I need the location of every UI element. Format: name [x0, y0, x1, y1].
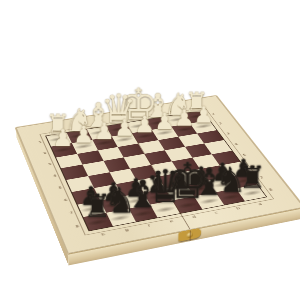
clasp-plate	[178, 228, 201, 242]
brass-clasp-icon	[178, 227, 201, 243]
coordinate-label: g	[124, 227, 129, 231]
coordinate-label: c	[214, 210, 219, 214]
coordinate-label: e	[169, 219, 174, 223]
pieces-layer: ♜♞♝♛♚♝♞♜♟♟♟♟♟♟♟♟♟♟♟♟♟♟♟♟♜♞♝♛♚♝♞♜	[45, 110, 267, 231]
scene: hgfedcba hgfedcba 12345678 12345678 ♜♞♝♛…	[0, 0, 300, 300]
coordinate-label: b	[235, 206, 241, 210]
coordinate-label: 4	[232, 142, 240, 146]
folding-chess-board: hgfedcba hgfedcba 12345678 12345678 ♜♞♝♛…	[15, 95, 300, 255]
coordinate-label: 4	[51, 173, 58, 177]
coordinate-label: 3	[224, 132, 231, 136]
coordinate-label: f	[147, 223, 151, 227]
chess-set-photo: hgfedcba hgfedcba 12345678 12345678 ♜♞♝♛…	[0, 0, 300, 300]
coordinate-label: a	[257, 202, 263, 206]
white-pawn-glyph: ♟	[41, 126, 84, 149]
coordinate-label: d	[191, 215, 196, 219]
coordinate-label: 8	[73, 224, 81, 229]
coordinate-label: 5	[56, 185, 64, 189]
coordinate-label: 3	[46, 162, 53, 166]
coordinate-label: h	[100, 232, 105, 236]
black-rook-glyph: ♜	[73, 191, 121, 223]
